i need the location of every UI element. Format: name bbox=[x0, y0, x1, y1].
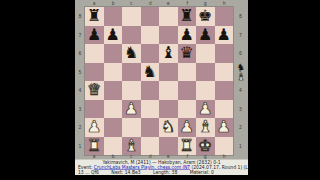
square-h1[interactable] bbox=[215, 137, 234, 156]
rank-label-5: 5 bbox=[78, 67, 83, 76]
chess-board: ♜♜♚♟♟♟♟♟♞♝♛♞♛♟♟♟♞♟♝♟♜♝♜♚ bbox=[85, 7, 233, 155]
rank-label-6: 6 bbox=[237, 49, 245, 58]
last-move: 13 ... Qf6 bbox=[78, 170, 99, 175]
square-e5[interactable] bbox=[159, 63, 178, 82]
square-h4[interactable] bbox=[215, 81, 234, 100]
white-rook-f1[interactable]: ♜ bbox=[180, 138, 194, 154]
black-pawn-g7[interactable]: ♟ bbox=[198, 27, 212, 43]
square-c4[interactable] bbox=[122, 81, 141, 100]
square-a8[interactable]: ♜ bbox=[85, 7, 104, 26]
file-label-a: a bbox=[90, 2, 99, 6]
square-d7[interactable] bbox=[141, 26, 160, 45]
white-knight-e2[interactable]: ♞ bbox=[161, 119, 175, 135]
white-pawn-c3[interactable]: ♟ bbox=[124, 101, 138, 117]
rank-label-6: 6 bbox=[78, 49, 83, 58]
file-label-e: e bbox=[164, 2, 173, 6]
black-king-g8[interactable]: ♚ bbox=[198, 8, 212, 24]
square-d4[interactable] bbox=[141, 81, 160, 100]
black-rook-a8[interactable]: ♜ bbox=[87, 8, 101, 24]
file-label-h: h bbox=[219, 2, 228, 6]
white-pawn-h2[interactable]: ♟ bbox=[217, 119, 231, 135]
square-g4[interactable] bbox=[196, 81, 215, 100]
black-pawn-b7[interactable]: ♟ bbox=[106, 27, 120, 43]
square-c7[interactable] bbox=[122, 26, 141, 45]
square-f3[interactable] bbox=[178, 100, 197, 119]
square-f5[interactable] bbox=[178, 63, 197, 82]
square-h3[interactable] bbox=[215, 100, 234, 119]
file-label-f: f bbox=[182, 2, 191, 6]
square-d6[interactable] bbox=[141, 44, 160, 63]
captured-white-bishop-icon: ♝ bbox=[234, 72, 248, 82]
black-knight-d5[interactable]: ♞ bbox=[143, 64, 157, 80]
rank-label-4: 4 bbox=[237, 86, 245, 95]
square-f8[interactable]: ♜ bbox=[178, 7, 197, 26]
white-pawn-g3[interactable]: ♟ bbox=[198, 101, 212, 117]
rank-label-2: 2 bbox=[78, 123, 83, 132]
square-d5[interactable]: ♞ bbox=[141, 63, 160, 82]
material-balance: Material: 0 bbox=[190, 170, 214, 175]
square-b5[interactable] bbox=[104, 63, 123, 82]
square-b2[interactable] bbox=[104, 118, 123, 137]
square-b6[interactable] bbox=[104, 44, 123, 63]
square-c2[interactable] bbox=[122, 118, 141, 137]
square-g5[interactable] bbox=[196, 63, 215, 82]
rank-label-3: 3 bbox=[237, 104, 245, 113]
square-c8[interactable] bbox=[122, 7, 141, 26]
rank-label-7: 7 bbox=[237, 30, 245, 39]
file-label-g: g bbox=[201, 2, 210, 6]
square-a6[interactable] bbox=[85, 44, 104, 63]
square-a1[interactable]: ♜ bbox=[85, 137, 104, 156]
white-queen-a4[interactable]: ♛ bbox=[87, 82, 101, 98]
square-h2[interactable]: ♟ bbox=[215, 118, 234, 137]
square-f4[interactable] bbox=[178, 81, 197, 100]
file-label-c: c bbox=[127, 2, 136, 6]
board-panel: abcdefgh 87654321 ♜♜♚♟♟♟♟♟♞♝♛♞♛♟♟♟♞♟♝♟♜♝… bbox=[75, 0, 248, 159]
square-e8[interactable] bbox=[159, 7, 178, 26]
square-e2[interactable]: ♞ bbox=[159, 118, 178, 137]
square-f1[interactable]: ♜ bbox=[178, 137, 197, 156]
file-label-b: b bbox=[108, 2, 117, 6]
square-g8[interactable]: ♚ bbox=[196, 7, 215, 26]
black-pawn-f7[interactable]: ♟ bbox=[180, 27, 194, 43]
rank-label-2: 2 bbox=[237, 123, 245, 132]
square-e6[interactable]: ♝ bbox=[159, 44, 178, 63]
square-a7[interactable]: ♟ bbox=[85, 26, 104, 45]
square-f7[interactable]: ♟ bbox=[178, 26, 197, 45]
black-pawn-a7[interactable]: ♟ bbox=[87, 27, 101, 43]
square-h6[interactable] bbox=[215, 44, 234, 63]
square-c5[interactable] bbox=[122, 63, 141, 82]
square-b1[interactable] bbox=[104, 137, 123, 156]
rank-label-7: 7 bbox=[78, 30, 83, 39]
square-d3[interactable] bbox=[141, 100, 160, 119]
square-b3[interactable] bbox=[104, 100, 123, 119]
rank-label-1: 1 bbox=[78, 141, 83, 150]
square-b8[interactable] bbox=[104, 7, 123, 26]
white-pawn-a2[interactable]: ♟ bbox=[87, 119, 101, 135]
square-a5[interactable] bbox=[85, 63, 104, 82]
square-d8[interactable] bbox=[141, 7, 160, 26]
black-knight-c6[interactable]: ♞ bbox=[124, 45, 138, 61]
square-a3[interactable] bbox=[85, 100, 104, 119]
square-d2[interactable] bbox=[141, 118, 160, 137]
square-a2[interactable]: ♟ bbox=[85, 118, 104, 137]
file-label-a: a bbox=[90, 155, 99, 158]
file-label-c: c bbox=[127, 155, 136, 158]
material-tray: ♞ ♝ bbox=[234, 62, 248, 82]
square-b7[interactable]: ♟ bbox=[104, 26, 123, 45]
file-label-h: h bbox=[219, 155, 228, 158]
file-label-f: f bbox=[182, 155, 191, 158]
rank-label-4: 4 bbox=[78, 86, 83, 95]
game-length: Length: 38 bbox=[153, 170, 177, 175]
rank-label-8: 8 bbox=[78, 12, 83, 21]
file-label-g: g bbox=[201, 155, 210, 158]
white-bishop-g2[interactable]: ♝ bbox=[198, 119, 212, 135]
game-info-caption: Yakimavich, M (2411) — Hakobyan, Aram (2… bbox=[75, 159, 248, 175]
rank-labels-left: 87654321 bbox=[75, 7, 85, 155]
white-rook-a1[interactable]: ♜ bbox=[87, 138, 101, 154]
square-f6[interactable]: ♛ bbox=[178, 44, 197, 63]
square-g1[interactable]: ♚ bbox=[196, 137, 215, 156]
next-move: Next: 14.Be3 bbox=[111, 170, 140, 175]
white-king-g1[interactable]: ♚ bbox=[198, 138, 212, 154]
file-label-e: e bbox=[164, 155, 173, 158]
square-f2[interactable]: ♟ bbox=[178, 118, 197, 137]
captured-black-knight-icon: ♞ bbox=[234, 62, 248, 72]
black-bishop-e6[interactable]: ♝ bbox=[161, 45, 175, 61]
square-h5[interactable] bbox=[215, 63, 234, 82]
white-pawn-f2[interactable]: ♟ bbox=[180, 119, 194, 135]
rank-label-3: 3 bbox=[78, 104, 83, 113]
square-h8[interactable] bbox=[215, 7, 234, 26]
square-g3[interactable]: ♟ bbox=[196, 100, 215, 119]
black-queen-f6[interactable]: ♛ bbox=[180, 45, 194, 61]
square-g6[interactable] bbox=[196, 44, 215, 63]
square-c1[interactable]: ♝ bbox=[122, 137, 141, 156]
move-status-line: 13 ... Qf6 Next: 14.Be3 Length: 38 Mater… bbox=[75, 170, 251, 175]
square-e7[interactable] bbox=[159, 26, 178, 45]
square-e3[interactable] bbox=[159, 100, 178, 119]
square-d1[interactable] bbox=[141, 137, 160, 156]
black-pawn-h7[interactable]: ♟ bbox=[217, 27, 231, 43]
file-label-b: b bbox=[108, 155, 117, 158]
file-label-d: d bbox=[145, 2, 154, 6]
square-h7[interactable]: ♟ bbox=[215, 26, 234, 45]
black-rook-f8[interactable]: ♜ bbox=[180, 8, 194, 24]
square-a4[interactable]: ♛ bbox=[85, 81, 104, 100]
rank-label-8: 8 bbox=[237, 12, 245, 21]
square-g2[interactable]: ♝ bbox=[196, 118, 215, 137]
rank-label-1: 1 bbox=[237, 141, 245, 150]
square-b4[interactable] bbox=[104, 81, 123, 100]
square-g7[interactable]: ♟ bbox=[196, 26, 215, 45]
square-c6[interactable]: ♞ bbox=[122, 44, 141, 63]
square-c3[interactable]: ♟ bbox=[122, 100, 141, 119]
square-e1[interactable] bbox=[159, 137, 178, 156]
file-label-d: d bbox=[145, 155, 154, 158]
white-bishop-c1[interactable]: ♝ bbox=[124, 138, 138, 154]
square-e4[interactable] bbox=[159, 81, 178, 100]
